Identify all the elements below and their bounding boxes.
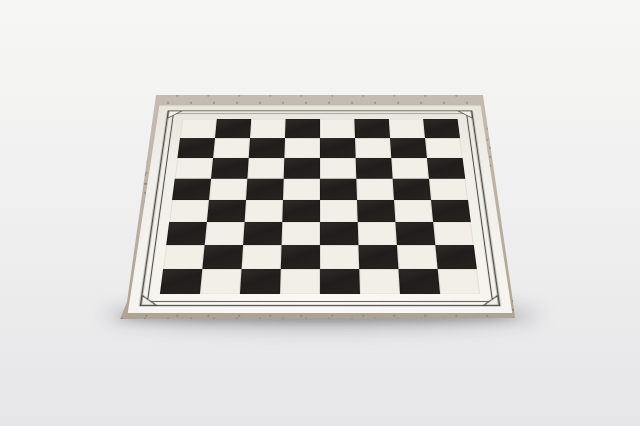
square-a3[interactable]	[166, 222, 207, 245]
square-c8[interactable]	[250, 119, 286, 138]
square-h5[interactable]	[429, 179, 468, 200]
square-d8[interactable]	[285, 119, 320, 138]
square-b7[interactable]	[213, 138, 250, 158]
square-f2[interactable]	[358, 245, 398, 269]
square-c1[interactable]	[240, 269, 281, 294]
square-a6[interactable]	[175, 158, 213, 179]
corner-triangle-top-left	[168, 111, 182, 118]
square-c3[interactable]	[243, 222, 282, 245]
square-a7[interactable]	[177, 138, 215, 158]
chessboard	[128, 106, 512, 313]
square-a5[interactable]	[172, 179, 211, 200]
square-h2[interactable]	[435, 245, 477, 269]
square-b1[interactable]	[200, 269, 242, 294]
square-e3[interactable]	[320, 222, 358, 245]
square-b3[interactable]	[205, 222, 245, 245]
square-g1[interactable]	[398, 269, 440, 294]
square-c7[interactable]	[249, 138, 285, 158]
square-h1[interactable]	[438, 269, 480, 294]
square-g4[interactable]	[394, 200, 433, 222]
square-h4[interactable]	[431, 200, 471, 222]
square-d7[interactable]	[284, 138, 320, 158]
square-b5[interactable]	[209, 179, 247, 200]
square-b2[interactable]	[202, 245, 243, 269]
square-a2[interactable]	[163, 245, 205, 269]
square-f1[interactable]	[359, 269, 400, 294]
corner-triangle-bottom-left	[141, 296, 158, 306]
square-g6[interactable]	[391, 158, 429, 179]
square-c2[interactable]	[242, 245, 282, 269]
square-g5[interactable]	[393, 179, 431, 200]
square-f4[interactable]	[357, 200, 395, 222]
square-b4[interactable]	[207, 200, 246, 222]
corner-triangle-top-right	[458, 111, 472, 118]
square-a4[interactable]	[169, 200, 209, 222]
square-d5[interactable]	[283, 179, 320, 200]
square-g3[interactable]	[395, 222, 435, 245]
square-a8[interactable]	[180, 119, 217, 138]
square-d4[interactable]	[282, 200, 320, 222]
photo-scene	[0, 0, 640, 426]
square-g7[interactable]	[390, 138, 427, 158]
square-g2[interactable]	[397, 245, 438, 269]
square-b8[interactable]	[215, 119, 251, 138]
squares-grid	[160, 119, 480, 294]
square-e2[interactable]	[320, 245, 359, 269]
square-c5[interactable]	[246, 179, 284, 200]
square-e7[interactable]	[320, 138, 356, 158]
square-h8[interactable]	[423, 119, 460, 138]
square-f6[interactable]	[356, 158, 393, 179]
square-f5[interactable]	[356, 179, 394, 200]
square-b6[interactable]	[211, 158, 249, 179]
square-d3[interactable]	[282, 222, 320, 245]
square-a1[interactable]	[160, 269, 202, 294]
square-f7[interactable]	[355, 138, 391, 158]
square-h6[interactable]	[427, 158, 465, 179]
square-h3[interactable]	[433, 222, 474, 245]
square-e1[interactable]	[320, 269, 360, 294]
square-f8[interactable]	[354, 119, 390, 138]
square-h7[interactable]	[425, 138, 463, 158]
square-d6[interactable]	[284, 158, 320, 179]
square-f3[interactable]	[358, 222, 397, 245]
square-e5[interactable]	[320, 179, 357, 200]
square-c6[interactable]	[247, 158, 284, 179]
square-e8[interactable]	[320, 119, 355, 138]
square-d1[interactable]	[280, 269, 320, 294]
square-e4[interactable]	[320, 200, 358, 222]
square-g8[interactable]	[389, 119, 425, 138]
square-e6[interactable]	[320, 158, 356, 179]
corner-triangle-bottom-right	[482, 296, 499, 306]
square-d2[interactable]	[281, 245, 320, 269]
square-c4[interactable]	[245, 200, 283, 222]
